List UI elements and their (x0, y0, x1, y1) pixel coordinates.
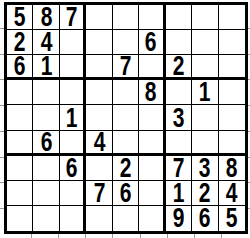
cell-r8c1[interactable] (7, 181, 33, 206)
row-tick-right (248, 157, 250, 158)
cell-r6c3[interactable] (60, 131, 86, 156)
cell-r4c8[interactable]: 1 (192, 80, 218, 105)
cell-r9c6[interactable] (139, 206, 165, 231)
cell-r7c3[interactable]: 6 (60, 156, 86, 181)
cell-r2c5[interactable] (113, 30, 139, 55)
cell-r4c5[interactable] (113, 80, 139, 105)
cell-r2c7[interactable] (166, 30, 192, 55)
cell-r4c3[interactable] (60, 80, 86, 105)
cell-r5c2[interactable] (33, 105, 59, 130)
cell-r5c3[interactable]: 1 (60, 105, 86, 130)
cell-r5c5[interactable] (113, 105, 139, 130)
cell-r6c2[interactable]: 6 (33, 131, 59, 156)
col-tick-bottom (112, 234, 113, 238)
cell-r8c3[interactable] (60, 181, 86, 206)
row-tick-right (248, 131, 250, 132)
cell-r6c9[interactable] (219, 131, 245, 156)
col-tick-bottom (221, 234, 222, 238)
given-digit-r7c7: 7 (173, 156, 185, 181)
cell-r4c4[interactable] (86, 80, 112, 105)
cell-r8c8[interactable]: 2 (192, 181, 218, 206)
given-digit-r3c1: 6 (14, 55, 26, 80)
cell-r7c6[interactable] (139, 156, 165, 181)
sudoku-board: 58724661728113646273876124965 (4, 2, 248, 234)
cell-r5c4[interactable] (86, 105, 112, 130)
col-tick-bottom (140, 234, 141, 238)
given-digit-r2c2: 4 (40, 30, 52, 55)
given-digit-r4c6: 8 (145, 80, 157, 105)
cell-r8c6[interactable] (139, 181, 165, 206)
given-digit-r8c8: 2 (199, 181, 211, 206)
cell-r6c6[interactable] (139, 131, 165, 156)
given-digit-r3c7: 2 (173, 55, 185, 80)
cell-r8c2[interactable] (33, 181, 59, 206)
cell-r7c2[interactable] (33, 156, 59, 181)
cell-r5c9[interactable] (219, 105, 245, 130)
cell-r2c2[interactable]: 4 (33, 30, 59, 55)
given-digit-r2c1: 2 (14, 30, 26, 55)
col-tick-bottom (194, 234, 195, 238)
row-tick-right (248, 208, 250, 209)
cell-r7c9[interactable]: 8 (219, 156, 245, 181)
cell-r1c9[interactable] (219, 5, 245, 30)
cell-r7c4[interactable] (86, 156, 112, 181)
cell-r8c9[interactable]: 4 (219, 181, 245, 206)
cell-r9c9[interactable]: 5 (219, 206, 245, 231)
cell-r1c4[interactable] (86, 5, 112, 30)
given-digit-r9c9: 5 (226, 206, 238, 231)
cell-r1c2[interactable]: 8 (33, 5, 59, 30)
given-digit-r5c3: 1 (66, 105, 78, 130)
given-digit-r4c8: 1 (199, 80, 211, 105)
cell-r7c1[interactable] (7, 156, 33, 181)
cell-r2c3[interactable] (60, 30, 86, 55)
cell-r6c4[interactable]: 4 (86, 131, 112, 156)
cell-r2c4[interactable] (86, 30, 112, 55)
cell-r5c8[interactable] (192, 105, 218, 130)
cell-r5c6[interactable] (139, 105, 165, 130)
cell-r1c3[interactable]: 7 (60, 5, 86, 30)
given-digit-r9c7: 9 (173, 206, 185, 231)
cell-r5c7[interactable]: 3 (166, 105, 192, 130)
cell-r4c2[interactable] (33, 80, 59, 105)
cell-r9c7[interactable]: 9 (166, 206, 192, 231)
given-digit-r3c2: 1 (40, 55, 52, 80)
cell-r1c5[interactable] (113, 5, 139, 30)
row-tick-right (248, 54, 250, 55)
row-tick-left (0, 208, 4, 209)
cell-r9c2[interactable] (33, 206, 59, 231)
row-tick-left (0, 182, 4, 183)
cell-r1c7[interactable] (166, 5, 192, 30)
row-tick-right (248, 28, 250, 29)
row-tick-left (0, 157, 4, 158)
row-tick-left (0, 54, 4, 55)
row-tick-left (0, 28, 4, 29)
given-digit-r1c1: 5 (14, 5, 26, 30)
cell-r4c1[interactable] (7, 80, 33, 105)
given-digit-r6c2: 6 (40, 131, 52, 156)
cell-r3c1[interactable]: 6 (7, 55, 33, 80)
given-digit-r6c4: 4 (93, 131, 105, 156)
given-digit-r3c5: 7 (120, 55, 132, 80)
cell-r9c8[interactable]: 6 (192, 206, 218, 231)
given-digit-r8c9: 4 (226, 181, 238, 206)
cell-r5c1[interactable] (7, 105, 33, 130)
cell-r6c1[interactable] (7, 131, 33, 156)
row-tick-left (0, 79, 4, 80)
cell-r3c3[interactable] (60, 55, 86, 80)
cell-r6c8[interactable] (192, 131, 218, 156)
cell-r2c9[interactable] (219, 30, 245, 55)
col-tick-bottom (167, 234, 168, 238)
cell-r3c9[interactable] (219, 55, 245, 80)
cell-r1c1[interactable]: 5 (7, 5, 33, 30)
row-tick-right (248, 105, 250, 106)
given-digit-r7c3: 6 (66, 156, 78, 181)
cell-r4c7[interactable] (166, 80, 192, 105)
cell-r9c3[interactable] (60, 206, 86, 231)
cell-r6c5[interactable] (113, 131, 139, 156)
given-digit-r8c7: 1 (173, 181, 185, 206)
given-digit-r8c4: 7 (93, 181, 105, 206)
cell-r4c6[interactable]: 8 (139, 80, 165, 105)
row-tick-left (0, 105, 4, 106)
cell-r9c1[interactable] (7, 206, 33, 231)
cell-r6c7[interactable] (166, 131, 192, 156)
sudoku-puzzle-screenshot: 58724661728113646273876124965 (0, 0, 250, 238)
cell-r3c2[interactable]: 1 (33, 55, 59, 80)
col-tick-bottom (85, 234, 86, 238)
col-tick-bottom (58, 234, 59, 238)
cell-r1c6[interactable] (139, 5, 165, 30)
cell-r1c8[interactable] (192, 5, 218, 30)
given-digit-r1c2: 8 (40, 5, 52, 30)
cell-r7c5[interactable]: 2 (113, 156, 139, 181)
col-tick-bottom (31, 234, 32, 238)
cell-r2c6[interactable]: 6 (139, 30, 165, 55)
row-tick-right (248, 182, 250, 183)
row-tick-left (0, 131, 4, 132)
cell-r8c5[interactable]: 6 (113, 181, 139, 206)
cell-r3c8[interactable] (192, 55, 218, 80)
cell-r3c5[interactable]: 7 (113, 55, 139, 80)
cell-r7c7[interactable]: 7 (166, 156, 192, 181)
cell-r2c1[interactable]: 2 (7, 30, 33, 55)
cell-r9c5[interactable] (113, 206, 139, 231)
given-digit-r9c8: 6 (199, 206, 211, 231)
cell-r9c4[interactable] (86, 206, 112, 231)
given-digit-r5c7: 3 (173, 105, 185, 130)
given-digit-r7c9: 8 (226, 156, 238, 181)
cell-r8c7[interactable]: 1 (166, 181, 192, 206)
cell-r8c4[interactable]: 7 (86, 181, 112, 206)
cell-r4c9[interactable] (219, 80, 245, 105)
given-digit-r7c5: 2 (120, 156, 132, 181)
cell-r3c6[interactable] (139, 55, 165, 80)
cell-r3c4[interactable] (86, 55, 112, 80)
given-digit-r8c5: 6 (120, 181, 132, 206)
given-digit-r2c6: 6 (145, 30, 157, 55)
row-tick-right (248, 79, 250, 80)
given-digit-r7c8: 3 (199, 156, 211, 181)
given-digit-r1c3: 7 (66, 5, 78, 30)
cell-r2c8[interactable] (192, 30, 218, 55)
cell-r7c8[interactable]: 3 (192, 156, 218, 181)
cell-r3c7[interactable]: 2 (166, 55, 192, 80)
